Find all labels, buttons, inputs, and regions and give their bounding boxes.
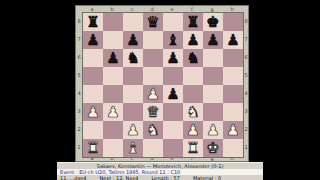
square-g2[interactable]: ♟ bbox=[203, 121, 223, 139]
black-rook: ♜ bbox=[86, 13, 99, 31]
square-h7[interactable]: ♟ bbox=[223, 31, 243, 49]
square-f2[interactable]: ♟ bbox=[183, 121, 203, 139]
square-g6[interactable] bbox=[203, 49, 223, 67]
square-a7[interactable]: ♟ bbox=[83, 31, 103, 49]
white-pawn: ♟ bbox=[186, 121, 199, 139]
black-king: ♚ bbox=[206, 13, 219, 31]
square-g1[interactable]: ♚ bbox=[203, 139, 223, 157]
square-a2[interactable] bbox=[83, 121, 103, 139]
square-b7[interactable] bbox=[103, 31, 123, 49]
square-e4[interactable]: ♟ bbox=[163, 85, 183, 103]
square-c7[interactable]: ♟ bbox=[123, 31, 143, 49]
white-knight: ♞ bbox=[186, 103, 199, 121]
square-a1[interactable]: ♜ bbox=[83, 139, 103, 157]
square-h4[interactable] bbox=[223, 85, 243, 103]
square-d8[interactable]: ♛ bbox=[143, 13, 163, 31]
square-e8[interactable] bbox=[163, 13, 183, 31]
square-a5[interactable] bbox=[83, 67, 103, 85]
white-pawn: ♟ bbox=[106, 103, 119, 121]
square-f3[interactable]: ♞ bbox=[183, 103, 203, 121]
square-g7[interactable]: ♟ bbox=[203, 31, 223, 49]
square-b5[interactable] bbox=[103, 67, 123, 85]
black-rook: ♜ bbox=[186, 13, 199, 31]
black-pawn: ♟ bbox=[226, 31, 239, 49]
white-pawn: ♟ bbox=[206, 121, 219, 139]
black-knight: ♞ bbox=[186, 49, 199, 67]
square-d1[interactable] bbox=[143, 139, 163, 157]
move-played: 11. ...dxe4 bbox=[60, 175, 87, 180]
square-h2[interactable]: ♟ bbox=[223, 121, 243, 139]
black-pawn: ♟ bbox=[166, 85, 179, 103]
white-pawn: ♟ bbox=[126, 121, 139, 139]
white-rook: ♜ bbox=[86, 139, 99, 157]
square-d5[interactable] bbox=[143, 67, 163, 85]
square-c2[interactable]: ♟ bbox=[123, 121, 143, 139]
square-b6[interactable]: ♟ bbox=[103, 49, 123, 67]
black-pawn: ♟ bbox=[186, 31, 199, 49]
square-a3[interactable]: ♟ bbox=[83, 103, 103, 121]
square-a8[interactable]: ♜ bbox=[83, 13, 103, 31]
square-d4[interactable]: ♟ bbox=[143, 85, 163, 103]
material-balance: Material : 0 bbox=[193, 175, 221, 180]
square-c4[interactable] bbox=[123, 85, 143, 103]
square-b2[interactable] bbox=[103, 121, 123, 139]
white-pawn: ♟ bbox=[86, 103, 99, 121]
game-length: Length : 57 bbox=[151, 175, 179, 180]
square-f8[interactable]: ♜ bbox=[183, 13, 203, 31]
square-h8[interactable] bbox=[223, 13, 243, 31]
white-bishop: ♝ bbox=[126, 139, 139, 157]
video-frame: abcdefgh abcdefgh 87654321 87654321 ♜♛♜♚… bbox=[0, 0, 320, 180]
white-pawn: ♟ bbox=[146, 85, 159, 103]
board-frame: abcdefgh abcdefgh 87654321 87654321 ♜♛♜♚… bbox=[75, 5, 249, 162]
square-c3[interactable] bbox=[123, 103, 143, 121]
square-g5[interactable] bbox=[203, 67, 223, 85]
square-c1[interactable]: ♝ bbox=[123, 139, 143, 157]
black-queen: ♛ bbox=[146, 13, 159, 31]
square-g3[interactable] bbox=[203, 103, 223, 121]
square-c5[interactable] bbox=[123, 67, 143, 85]
square-b4[interactable] bbox=[103, 85, 123, 103]
moves-line: 11. ...dxe4 Next : 12. Nxe4 Length : 57 … bbox=[57, 175, 263, 180]
square-a6[interactable] bbox=[83, 49, 103, 67]
square-d2[interactable]: ♞ bbox=[143, 121, 163, 139]
chess-board[interactable]: ♜♛♜♚♟♟♝♟♟♟♟♞♟♞♟♟♟♟♛♞♟♞♟♟♟♜♝♜♚ bbox=[82, 12, 244, 158]
square-e5[interactable] bbox=[163, 67, 183, 85]
square-e7[interactable]: ♝ bbox=[163, 31, 183, 49]
square-e3[interactable] bbox=[163, 103, 183, 121]
black-knight: ♞ bbox=[126, 49, 139, 67]
black-pawn: ♟ bbox=[166, 49, 179, 67]
square-b8[interactable] bbox=[103, 13, 123, 31]
black-pawn: ♟ bbox=[126, 31, 139, 49]
square-f6[interactable]: ♞ bbox=[183, 49, 203, 67]
white-rook: ♜ bbox=[186, 139, 199, 157]
square-e6[interactable]: ♟ bbox=[163, 49, 183, 67]
square-h3[interactable] bbox=[223, 103, 243, 121]
square-c8[interactable] bbox=[123, 13, 143, 31]
square-f5[interactable] bbox=[183, 67, 203, 85]
square-f4[interactable] bbox=[183, 85, 203, 103]
square-d7[interactable] bbox=[143, 31, 163, 49]
square-a4[interactable] bbox=[83, 85, 103, 103]
square-f1[interactable]: ♜ bbox=[183, 139, 203, 157]
square-b1[interactable] bbox=[103, 139, 123, 157]
square-d3[interactable]: ♛ bbox=[143, 103, 163, 121]
white-queen: ♛ bbox=[146, 103, 159, 121]
next-move: Next : 12. Nxe4 bbox=[100, 175, 139, 180]
square-d6[interactable] bbox=[143, 49, 163, 67]
caption-bar: Sakaev, Konstantin — Morozevich, Alexand… bbox=[57, 162, 263, 180]
square-h1[interactable] bbox=[223, 139, 243, 157]
black-bishop: ♝ bbox=[166, 31, 179, 49]
square-g4[interactable] bbox=[203, 85, 223, 103]
square-c6[interactable]: ♞ bbox=[123, 49, 143, 67]
square-e2[interactable] bbox=[163, 121, 183, 139]
square-e1[interactable] bbox=[163, 139, 183, 157]
white-king: ♚ bbox=[206, 139, 219, 157]
white-knight: ♞ bbox=[146, 121, 159, 139]
black-pawn: ♟ bbox=[86, 31, 99, 49]
white-pawn: ♟ bbox=[226, 121, 239, 139]
black-pawn: ♟ bbox=[206, 31, 219, 49]
square-g8[interactable]: ♚ bbox=[203, 13, 223, 31]
square-h5[interactable] bbox=[223, 67, 243, 85]
square-h6[interactable] bbox=[223, 49, 243, 67]
square-f7[interactable]: ♟ bbox=[183, 31, 203, 49]
square-b3[interactable]: ♟ bbox=[103, 103, 123, 121]
black-pawn: ♟ bbox=[106, 49, 119, 67]
